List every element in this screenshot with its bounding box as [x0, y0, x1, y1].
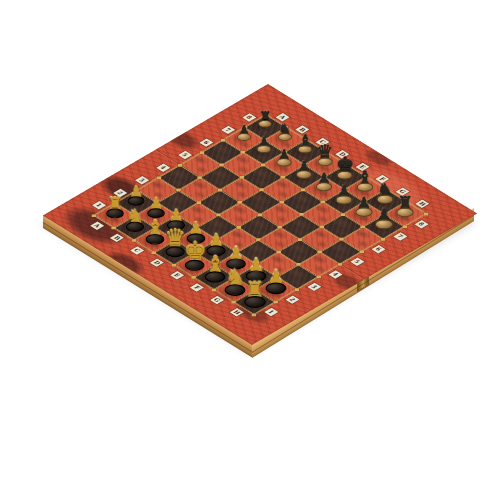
- piece-white-pawn-a2[interactable]: ♟: [128, 185, 145, 206]
- piece-base: [224, 284, 245, 296]
- piece-base: [316, 183, 332, 192]
- piece-base: [237, 133, 251, 141]
- piece-white-knight-g1[interactable]: ♞: [224, 266, 245, 295]
- piece-base: [355, 207, 372, 217]
- piece-white-queen-d1[interactable]: ♛: [164, 228, 185, 258]
- piece-black-pawn-a7[interactable]: ♟: [237, 123, 251, 140]
- piece-black-pawn-f7[interactable]: ♟: [335, 184, 352, 205]
- piece-base: [165, 247, 184, 258]
- piece-black-rook-h8[interactable]: ♜: [397, 194, 414, 217]
- piece-white-bishop-f1[interactable]: ♝: [204, 253, 225, 283]
- piece-base: [204, 271, 225, 282]
- piece-base: [126, 221, 144, 231]
- piece-base: [298, 145, 313, 153]
- piece-white-bishop-c1[interactable]: ♝: [145, 217, 164, 244]
- piece-base: [106, 209, 124, 219]
- piece-base: [296, 170, 312, 179]
- piece-black-pawn-g7[interactable]: ♟: [355, 196, 372, 217]
- piece-base: [377, 195, 394, 204]
- piece-base: [244, 296, 266, 308]
- piece-black-pawn-c7[interactable]: ♟: [276, 147, 291, 166]
- chess-set-photo: AA11BB22CC33DD44EE55FF66GG77HH88 ♜♞♝♛♚♝♞…: [0, 0, 500, 500]
- piece-base: [318, 158, 333, 167]
- piece-base: [278, 133, 292, 141]
- piece-black-knight-b8[interactable]: ♞: [278, 121, 292, 141]
- piece-black-bishop-f8[interactable]: ♝: [357, 168, 373, 192]
- piece-base: [337, 171, 353, 180]
- piece-white-rook-a1[interactable]: ♜: [106, 195, 124, 219]
- piece-base: [357, 183, 373, 192]
- piece-white-king-e1[interactable]: ♚: [183, 239, 206, 271]
- pieces-layer: ♜♞♝♛♚♝♞♜♟♟♟♟♟♟♟♟♟♟♟♟♟♟♟♟♜♞♝♛♚♝♞♜: [0, 0, 500, 500]
- piece-base: [266, 283, 287, 295]
- piece-black-pawn-h7[interactable]: ♟: [375, 208, 393, 230]
- piece-base: [276, 158, 291, 167]
- piece-base: [257, 145, 272, 153]
- piece-base: [145, 234, 164, 244]
- piece-black-queen-d8[interactable]: ♛: [317, 143, 334, 167]
- piece-base: [185, 260, 205, 271]
- piece-base: [259, 120, 273, 128]
- piece-black-pawn-b7[interactable]: ♟: [257, 136, 272, 154]
- piece-base: [335, 195, 352, 204]
- piece-black-king-e8[interactable]: ♚: [336, 154, 354, 180]
- piece-white-knight-b1[interactable]: ♞: [126, 206, 144, 231]
- piece-black-pawn-e7[interactable]: ♟: [316, 172, 332, 192]
- piece-black-rook-a8[interactable]: ♜: [259, 110, 273, 128]
- piece-base: [397, 207, 414, 217]
- piece-black-pawn-d7[interactable]: ♟: [296, 160, 312, 179]
- piece-black-bishop-c8[interactable]: ♝: [298, 132, 313, 153]
- piece-white-rook-h1[interactable]: ♜: [244, 279, 266, 308]
- piece-white-pawn-h2[interactable]: ♟: [266, 269, 287, 295]
- piece-black-knight-g8[interactable]: ♞: [377, 181, 394, 205]
- piece-base: [375, 220, 393, 230]
